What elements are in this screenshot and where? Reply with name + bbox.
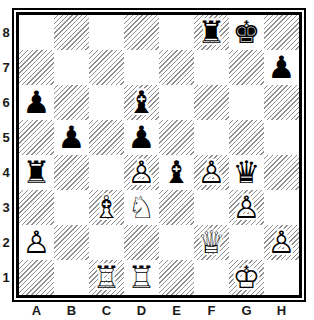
square-a6: ♟ [19,85,54,120]
square-f4: ♙ [194,155,229,190]
square-f7 [194,50,229,85]
piece-white-bishop: ♗ [93,190,121,225]
square-c7 [89,50,124,85]
square-c6 [89,85,124,120]
board-outer-frame: ♜♚♟♟♝♟♟♜♙♝♙♛♗♘♙♙♕♙♖♖♔ [12,8,306,302]
piece-white-pawn: ♙ [268,225,296,260]
piece-black-rook: ♜ [198,15,226,50]
square-g8: ♚ [229,15,264,50]
square-d8 [124,15,159,50]
square-b7 [54,50,89,85]
board-inner-frame: ♜♚♟♟♝♟♟♜♙♝♙♛♗♘♙♙♕♙♖♖♔ [16,12,302,298]
piece-black-bishop: ♝ [128,85,156,120]
square-c3: ♗ [89,190,124,225]
square-d2 [124,225,159,260]
square-h6 [264,85,299,120]
square-a1 [19,260,54,295]
square-b3 [54,190,89,225]
rank-label-2: 2 [0,225,12,260]
file-label-g: G [229,303,264,319]
piece-black-rook: ♜ [23,155,51,190]
square-e4: ♝ [159,155,194,190]
square-b1 [54,260,89,295]
square-e8 [159,15,194,50]
rank-labels: 87654321 [0,8,12,295]
square-g3: ♙ [229,190,264,225]
square-h7: ♟ [264,50,299,85]
square-f8: ♜ [194,15,229,50]
piece-white-rook: ♖ [93,260,121,295]
square-b5: ♟ [54,120,89,155]
square-d3: ♘ [124,190,159,225]
piece-white-pawn: ♙ [233,190,261,225]
square-a3 [19,190,54,225]
rank-label-5: 5 [0,120,12,155]
square-f1 [194,260,229,295]
piece-black-pawn: ♟ [128,120,156,155]
piece-white-rook: ♖ [128,260,156,295]
square-d7 [124,50,159,85]
square-c5 [89,120,124,155]
square-g1: ♔ [229,260,264,295]
square-a7 [19,50,54,85]
square-g4: ♛ [229,155,264,190]
piece-black-pawn: ♟ [58,120,86,155]
file-label-e: E [159,303,194,319]
square-a8 [19,15,54,50]
square-h5 [264,120,299,155]
piece-black-bishop: ♝ [163,155,191,190]
piece-white-pawn: ♙ [128,155,156,190]
square-g2 [229,225,264,260]
square-f3 [194,190,229,225]
square-f5 [194,120,229,155]
piece-white-pawn: ♙ [198,155,226,190]
square-e3 [159,190,194,225]
square-g6 [229,85,264,120]
square-a5 [19,120,54,155]
square-g5 [229,120,264,155]
square-b6 [54,85,89,120]
file-label-h: H [264,303,299,319]
file-label-d: D [124,303,159,319]
square-h4 [264,155,299,190]
rank-label-8: 8 [0,15,12,50]
file-label-c: C [89,303,124,319]
square-c8 [89,15,124,50]
square-d5: ♟ [124,120,159,155]
rank-label-7: 7 [0,50,12,85]
square-h8 [264,15,299,50]
square-b2 [54,225,89,260]
square-e7 [159,50,194,85]
square-a4: ♜ [19,155,54,190]
square-a2: ♙ [19,225,54,260]
square-e2 [159,225,194,260]
piece-white-king: ♔ [233,260,261,295]
file-label-a: A [19,303,54,319]
square-f6 [194,85,229,120]
square-h3 [264,190,299,225]
rank-label-6: 6 [0,85,12,120]
chess-diagram: 87654321 ♜♚♟♟♝♟♟♜♙♝♙♛♗♘♙♙♕♙♖♖♔ ABCDEFGH [0,0,314,320]
rank-label-4: 4 [0,155,12,190]
square-e1 [159,260,194,295]
square-d1: ♖ [124,260,159,295]
piece-white-queen: ♕ [198,225,226,260]
square-b8 [54,15,89,50]
square-g7 [229,50,264,85]
piece-white-knight: ♘ [128,190,156,225]
square-h2: ♙ [264,225,299,260]
square-c4 [89,155,124,190]
rank-label-3: 3 [0,190,12,225]
square-c1: ♖ [89,260,124,295]
file-label-f: F [194,303,229,319]
piece-black-queen: ♛ [233,155,261,190]
file-labels: ABCDEFGH [19,303,314,319]
square-f2: ♕ [194,225,229,260]
piece-white-pawn: ♙ [23,225,51,260]
file-label-b: B [54,303,89,319]
square-h1 [264,260,299,295]
square-e5 [159,120,194,155]
rank-label-1: 1 [0,260,12,295]
square-d6: ♝ [124,85,159,120]
square-b4 [54,155,89,190]
square-e6 [159,85,194,120]
square-c2 [89,225,124,260]
chess-board: ♜♚♟♟♝♟♟♜♙♝♙♛♗♘♙♙♕♙♖♖♔ [19,15,299,295]
piece-black-pawn: ♟ [268,50,296,85]
piece-black-king: ♚ [233,15,261,50]
piece-black-pawn: ♟ [23,85,51,120]
square-d4: ♙ [124,155,159,190]
